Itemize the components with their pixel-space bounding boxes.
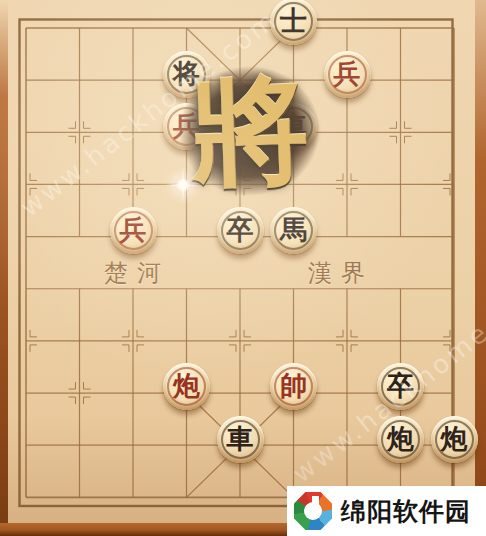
piece-glyph: 卒 (227, 216, 254, 243)
piece-black-soldier-2[interactable]: 卒 (377, 363, 424, 410)
site-logo-icon (294, 492, 332, 530)
piece-red-soldier-1[interactable]: 兵 (324, 51, 371, 98)
piece-black-chariot-2[interactable]: 車 (217, 416, 264, 463)
piece-black-soldier-1[interactable]: 卒 (217, 207, 264, 254)
check-banner-glyph: 將 (188, 70, 310, 192)
piece-glyph: 炮 (387, 425, 414, 452)
piece-glyph: 卒 (387, 372, 414, 399)
xiangqi-app-screen: 楚河 漢界 士将兵兵車兵卒馬炮帥卒車炮炮 將 www.hackhome.com … (0, 0, 486, 536)
piece-glyph: 兵 (334, 60, 361, 87)
site-badge: 绵阳软件园 (287, 486, 486, 536)
piece-glyph: 兵 (120, 216, 147, 243)
piece-glyph: 帥 (280, 372, 307, 399)
piece-black-horse[interactable]: 馬 (270, 207, 317, 254)
piece-red-soldier-3[interactable]: 兵 (110, 207, 157, 254)
piece-glyph: 炮 (173, 372, 200, 399)
sparkle-effect (175, 177, 191, 193)
piece-black-cannon-1[interactable]: 炮 (377, 416, 424, 463)
piece-red-cannon[interactable]: 炮 (163, 363, 210, 410)
piece-glyph: 士 (280, 7, 307, 34)
piece-black-advisor[interactable]: 士 (270, 0, 317, 45)
check-banner: 將 (177, 64, 322, 199)
site-logo-text: 绵阳软件园 (341, 495, 471, 528)
piece-red-general[interactable]: 帥 (270, 363, 317, 410)
piece-glyph: 車 (227, 425, 254, 452)
piece-glyph: 炮 (441, 425, 468, 452)
piece-black-cannon-2[interactable]: 炮 (431, 416, 478, 463)
piece-glyph: 馬 (280, 216, 307, 243)
